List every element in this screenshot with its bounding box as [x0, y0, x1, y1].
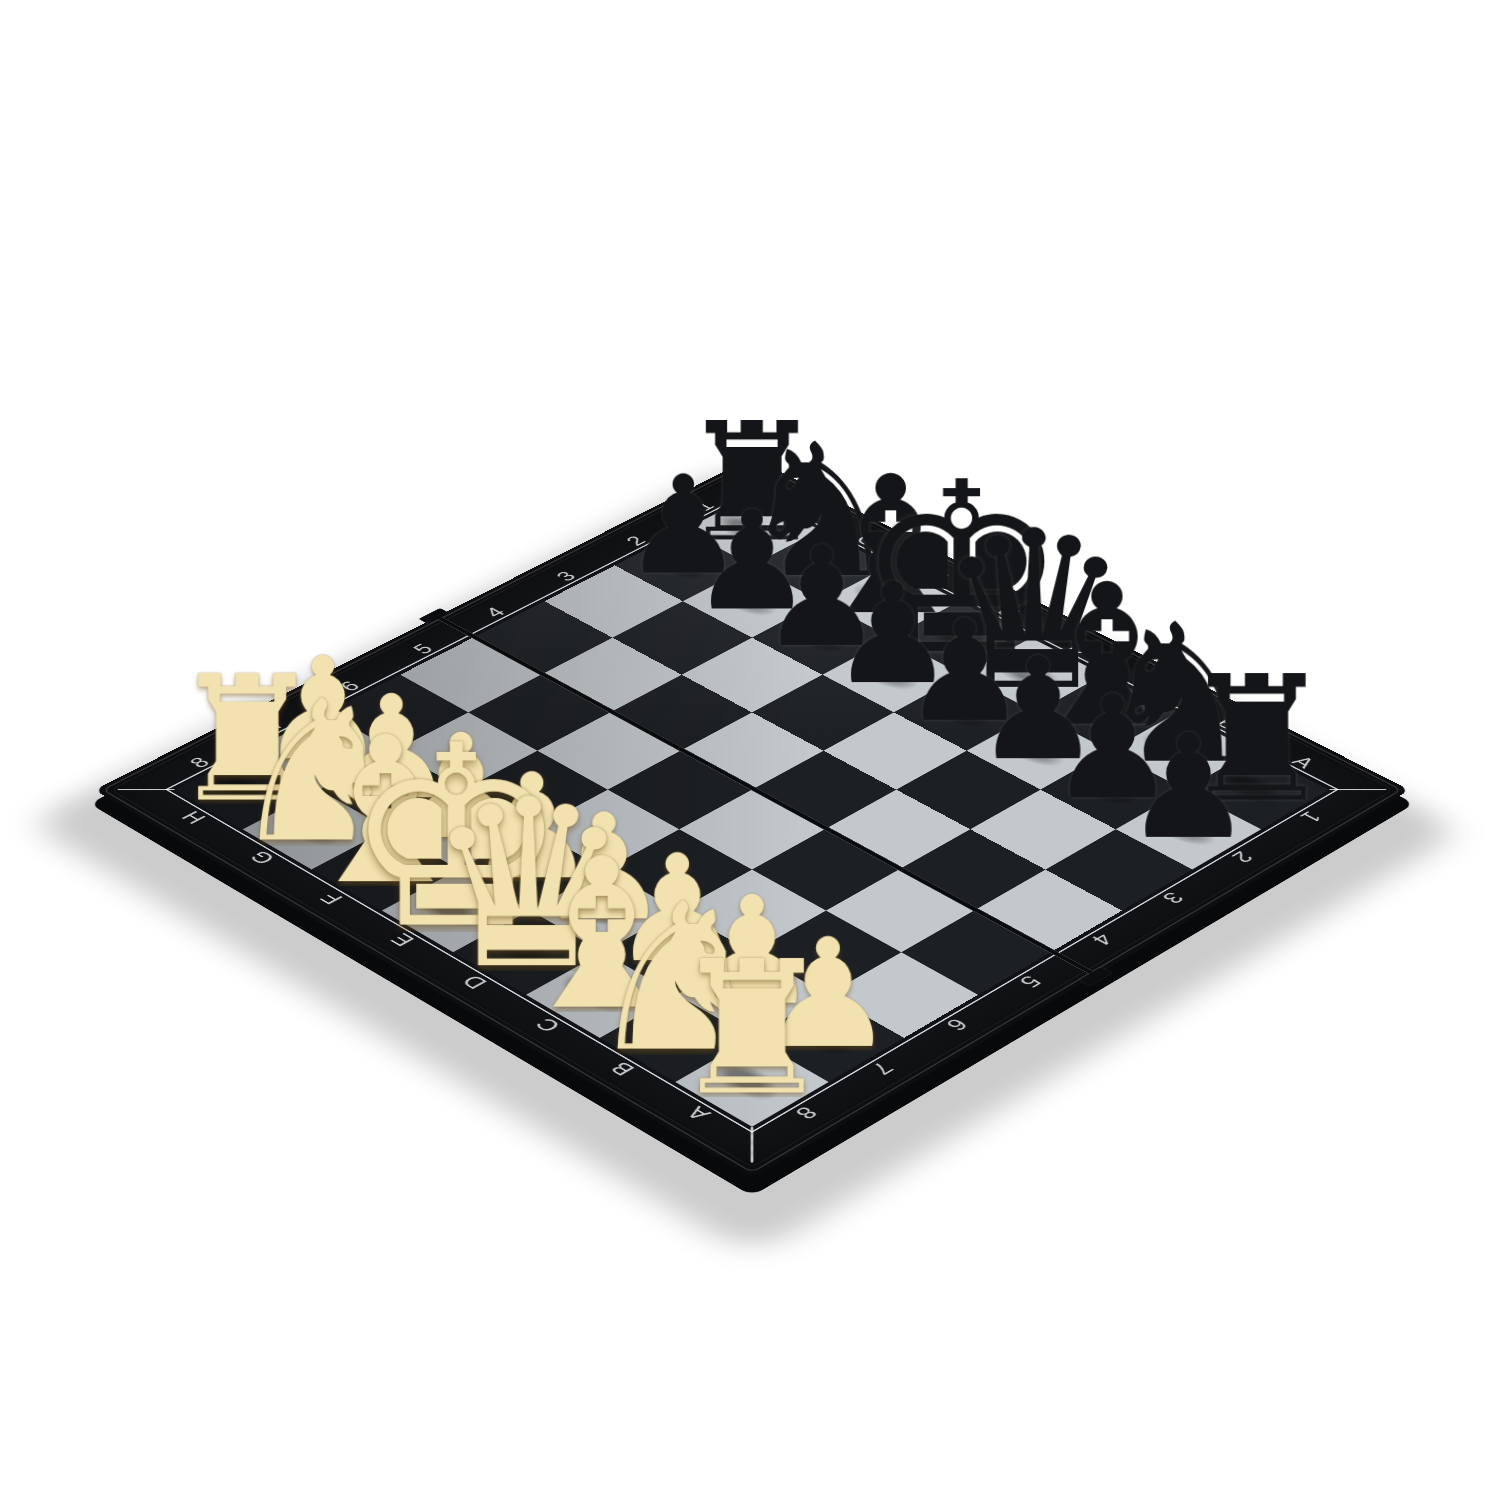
- chess-board-grid: ♜♞♝♚♛♝♞♜♟♟♟♟♟♟♟♟♟♟♟♟♟♟♟♟♜♞♝♚♛♝♞♜: [175, 495, 1329, 1126]
- board-frame: HGFEDCBA HGFEDCBA 12345678 12345678 ♜♞♝♚…: [94, 457, 1410, 1178]
- white-rook-glyph: ♜: [475, 936, 1028, 1120]
- product-photo-scene: HGFEDCBA HGFEDCBA 12345678 12345678 ♜♞♝♚…: [0, 0, 1500, 1500]
